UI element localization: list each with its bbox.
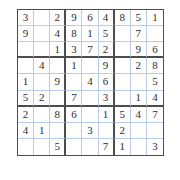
cell-r2c5[interactable]: 1: [82, 26, 98, 42]
given-digit: 8: [71, 28, 77, 39]
cell-r2c3[interactable]: 4: [50, 26, 66, 42]
given-digit: 9: [55, 76, 61, 87]
cell-r9c8[interactable]: [131, 139, 147, 155]
given-digit: 5: [55, 141, 61, 152]
cell-r9c7[interactable]: 1: [115, 139, 131, 155]
given-digit: 1: [55, 44, 61, 55]
cell-r1c5[interactable]: 6: [82, 10, 98, 26]
cell-r9c3[interactable]: 5: [50, 139, 66, 155]
cell-r5c8[interactable]: [131, 74, 147, 90]
given-digit: 4: [87, 76, 93, 87]
cell-r2c1[interactable]: 9: [18, 26, 34, 42]
given-digit: 5: [119, 109, 125, 120]
cell-r5c6[interactable]: 6: [99, 74, 115, 90]
given-digit: 7: [71, 92, 77, 103]
cell-r1c2[interactable]: [34, 10, 50, 26]
cell-r1c6[interactable]: 4: [99, 10, 115, 26]
cell-r3c8[interactable]: 9: [131, 42, 147, 58]
given-digit: 2: [103, 44, 109, 55]
cell-r2c9[interactable]: [147, 26, 163, 42]
cell-r6c3[interactable]: [50, 91, 66, 107]
cell-r1c3[interactable]: 2: [50, 10, 66, 26]
cell-r1c7[interactable]: 8: [115, 10, 131, 26]
cell-r9c1[interactable]: [18, 139, 34, 155]
cell-r4c3[interactable]: [50, 58, 66, 74]
cell-r8c3[interactable]: [50, 123, 66, 139]
cell-r6c1[interactable]: 5: [18, 91, 34, 107]
given-digit: 5: [103, 28, 109, 39]
cell-r2c7[interactable]: [115, 26, 131, 42]
cell-r8c6[interactable]: [99, 123, 115, 139]
given-digit: 1: [39, 125, 45, 136]
given-digit: 1: [87, 28, 93, 39]
cell-r7c8[interactable]: 4: [131, 107, 147, 123]
cell-r5c5[interactable]: 4: [82, 74, 98, 90]
given-digit: 7: [152, 109, 158, 120]
cell-r4c7[interactable]: [115, 58, 131, 74]
cell-r3c2[interactable]: [34, 42, 50, 58]
given-digit: 9: [23, 28, 29, 39]
given-digit: 4: [136, 109, 142, 120]
given-digit: 7: [136, 28, 142, 39]
cell-r6c6[interactable]: 3: [99, 91, 115, 107]
cell-r3c9[interactable]: 6: [147, 42, 163, 58]
cell-r3c7[interactable]: [115, 42, 131, 58]
cell-r8c2[interactable]: 1: [34, 123, 50, 139]
cell-r7c4[interactable]: 6: [66, 107, 82, 123]
cell-r7c7[interactable]: 5: [115, 107, 131, 123]
cell-r7c1[interactable]: 2: [18, 107, 34, 123]
cell-r8c8[interactable]: [131, 123, 147, 139]
cell-r7c3[interactable]: 8: [50, 107, 66, 123]
cell-r2c8[interactable]: 7: [131, 26, 147, 42]
cell-r1c1[interactable]: 3: [18, 10, 34, 26]
given-digit: 6: [103, 76, 109, 87]
given-digit: 3: [103, 92, 109, 103]
given-digit: 2: [55, 12, 61, 23]
cell-r9c5[interactable]: [82, 139, 98, 155]
cell-r1c8[interactable]: 5: [131, 10, 147, 26]
cell-r4c9[interactable]: 8: [147, 58, 163, 74]
cell-r3c5[interactable]: 7: [82, 42, 98, 58]
cell-r1c9[interactable]: 1: [147, 10, 163, 26]
cell-r9c6[interactable]: 7: [99, 139, 115, 155]
given-digit: 9: [71, 12, 77, 23]
cell-r6c9[interactable]: 4: [147, 91, 163, 107]
given-digit: 7: [87, 44, 93, 55]
given-digit: 4: [39, 60, 45, 71]
cell-r7c2[interactable]: [34, 107, 50, 123]
cell-r9c9[interactable]: 3: [147, 139, 163, 155]
cell-r3c4[interactable]: 3: [66, 42, 82, 58]
given-digit: 9: [103, 60, 109, 71]
given-digit: 3: [87, 125, 93, 136]
given-digit: 7: [103, 141, 109, 152]
cell-r2c6[interactable]: 5: [99, 26, 115, 42]
cell-r8c9[interactable]: [147, 123, 163, 139]
given-digit: 1: [71, 60, 77, 71]
given-digit: 5: [152, 76, 158, 87]
given-digit: 4: [103, 12, 109, 23]
given-digit: 2: [39, 92, 45, 103]
cell-r5c7[interactable]: [115, 74, 131, 90]
given-digit: 3: [23, 12, 29, 23]
cell-r9c2[interactable]: [34, 139, 50, 155]
sudoku-board: 3296485194815713729641928194655273142861…: [17, 9, 164, 156]
cell-r5c2[interactable]: [34, 74, 50, 90]
given-digit: 1: [103, 109, 109, 120]
given-digit: 5: [23, 92, 29, 103]
cell-r6c5[interactable]: [82, 91, 98, 107]
cell-r8c4[interactable]: [66, 123, 82, 139]
given-digit: 2: [119, 125, 125, 136]
given-digit: 5: [136, 12, 142, 23]
cell-r4c6[interactable]: 9: [99, 58, 115, 74]
cell-r7c9[interactable]: 7: [147, 107, 163, 123]
given-digit: 4: [23, 125, 29, 136]
given-digit: 1: [119, 141, 125, 152]
cell-r4c4[interactable]: 1: [66, 58, 82, 74]
given-digit: 3: [152, 141, 158, 152]
cell-r6c2[interactable]: 2: [34, 91, 50, 107]
given-digit: 1: [136, 92, 142, 103]
cell-r2c2[interactable]: [34, 26, 50, 42]
given-digit: 6: [152, 44, 158, 55]
cell-r6c7[interactable]: [115, 91, 131, 107]
cell-r5c4[interactable]: [66, 74, 82, 90]
cell-r8c5[interactable]: 3: [82, 123, 98, 139]
given-digit: 1: [23, 76, 29, 87]
cell-r8c7[interactable]: 2: [115, 123, 131, 139]
cell-r4c5[interactable]: [82, 58, 98, 74]
cell-r5c3[interactable]: 9: [50, 74, 66, 90]
given-digit: 1: [152, 12, 158, 23]
given-digit: 2: [23, 109, 29, 120]
given-digit: 8: [152, 60, 158, 71]
given-digit: 6: [87, 12, 93, 23]
given-digit: 8: [119, 12, 125, 23]
cell-r5c9[interactable]: 5: [147, 74, 163, 90]
cell-r4c2[interactable]: 4: [34, 58, 50, 74]
cell-r4c8[interactable]: 2: [131, 58, 147, 74]
cell-r6c8[interactable]: 1: [131, 91, 147, 107]
given-digit: 6: [71, 109, 77, 120]
cell-r7c5[interactable]: [82, 107, 98, 123]
cell-r4c1[interactable]: [18, 58, 34, 74]
cell-r8c1[interactable]: 4: [18, 123, 34, 139]
given-digit: 2: [136, 60, 142, 71]
given-digit: 3: [71, 44, 77, 55]
cell-r3c1[interactable]: [18, 42, 34, 58]
page-background: 3296485194815713729641928194655273142861…: [0, 0, 180, 180]
cell-r6c4[interactable]: 7: [66, 91, 82, 107]
cell-r3c6[interactable]: 2: [99, 42, 115, 58]
given-digit: 9: [136, 44, 142, 55]
cell-r2c4[interactable]: 8: [66, 26, 82, 42]
cell-r9c4[interactable]: [66, 139, 82, 155]
cell-r3c3[interactable]: 1: [50, 42, 66, 58]
cell-r5c1[interactable]: 1: [18, 74, 34, 90]
cell-r7c6[interactable]: 1: [99, 107, 115, 123]
given-digit: 8: [55, 109, 61, 120]
given-digit: 4: [55, 28, 61, 39]
cell-r1c4[interactable]: 9: [66, 10, 82, 26]
given-digit: 4: [152, 92, 158, 103]
